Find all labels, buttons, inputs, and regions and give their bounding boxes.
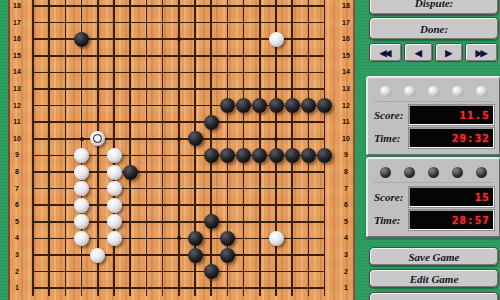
row-label-left: 15 — [10, 52, 24, 60]
black-time-display-frame: 28:57 — [408, 209, 495, 231]
grid-line-horizontal — [32, 287, 325, 289]
grid-line-horizontal — [32, 55, 325, 57]
star-point — [177, 37, 181, 41]
stone-black-c19-r12 — [317, 98, 332, 113]
row-label-left: 7 — [10, 185, 24, 193]
grid-line-horizontal — [32, 271, 325, 273]
stone-black-c7-r8 — [123, 165, 138, 180]
row-label-right: 10 — [339, 135, 353, 143]
white-time-value: 29:32 — [410, 129, 493, 147]
fast-forward-button[interactable]: ▶▶ — [465, 43, 498, 62]
white-tray-stone — [428, 86, 439, 97]
row-label-right: 17 — [339, 19, 353, 27]
stone-black-c14-r12 — [236, 98, 251, 113]
stone-white-c6-r6 — [107, 198, 122, 213]
stone-white-c16-r16 — [269, 32, 284, 47]
stone-black-c12-r9 — [204, 148, 219, 163]
row-label-right: 11 — [339, 118, 353, 126]
star-point — [177, 236, 181, 240]
grid-line-vertical — [48, 0, 50, 296]
white-score-label: Score: — [372, 109, 408, 121]
last-move-marker — [93, 134, 102, 143]
stone-black-c12-r11 — [204, 115, 219, 130]
dispute-button-label: Dispute: — [415, 0, 454, 9]
row-label-right: 14 — [339, 68, 353, 76]
black-score-label: Score: — [372, 191, 408, 203]
black-stone-tray — [374, 162, 493, 183]
black-score-row: Score: 15 — [372, 187, 495, 207]
row-label-right: 4 — [339, 234, 353, 242]
stone-black-c17-r12 — [285, 98, 300, 113]
row-label-left: 3 — [10, 251, 24, 259]
row-label-left: 6 — [10, 201, 24, 209]
stone-black-c12-r2 — [204, 264, 219, 279]
stone-white-c5-r10 — [90, 131, 105, 146]
edit-game-label: Edit Game — [410, 273, 459, 285]
stone-white-c5-r3 — [90, 248, 105, 263]
row-label-left: 12 — [10, 102, 24, 110]
row-label-left: 11 — [10, 118, 24, 126]
step-back-button[interactable]: ◀ — [404, 43, 432, 62]
white-time-display-frame: 29:32 — [408, 127, 495, 149]
black-score-value: 15 — [410, 188, 493, 206]
stone-black-c13-r3 — [220, 248, 235, 263]
rewind-button[interactable]: ◀◀ — [369, 43, 402, 62]
stone-black-c15-r9 — [252, 148, 267, 163]
stone-black-c13-r4 — [220, 231, 235, 246]
row-label-left: 10 — [10, 135, 24, 143]
row-label-right: 7 — [339, 185, 353, 193]
row-label-left: 1 — [10, 284, 24, 292]
star-point — [80, 137, 84, 141]
white-stone-tray — [374, 81, 493, 102]
black-score-display-frame: 15 — [408, 186, 495, 208]
white-player-panel: Score: 11.5 Time: 29:32 — [366, 76, 500, 156]
step-forward-icon: ▶ — [445, 48, 450, 58]
go-board[interactable]: 1818171716161515141413131212111110109988… — [8, 0, 355, 300]
stone-black-c13-r12 — [220, 98, 235, 113]
grid-line-vertical — [129, 0, 131, 296]
row-label-left: 2 — [10, 268, 24, 276]
stone-white-c6-r7 — [107, 181, 122, 196]
row-label-left: 13 — [10, 85, 24, 93]
stone-white-c6-r5 — [107, 214, 122, 229]
black-tray-stone — [476, 167, 487, 178]
fast-forward-icon: ▶▶ — [476, 48, 486, 58]
black-tray-stone — [452, 167, 463, 178]
white-tray-stone — [380, 86, 391, 97]
done-button-label: Done: — [420, 23, 448, 35]
row-label-right: 18 — [339, 2, 353, 10]
row-label-right: 1 — [339, 284, 353, 292]
row-label-left: 9 — [10, 151, 24, 159]
row-label-right: 15 — [339, 52, 353, 60]
stone-white-c4-r4 — [74, 231, 89, 246]
stone-white-c4-r9 — [74, 148, 89, 163]
star-point — [177, 137, 181, 141]
grid-line-vertical — [32, 0, 34, 296]
dispute-button[interactable]: Dispute: — [369, 0, 499, 15]
stone-black-c11-r4 — [188, 231, 203, 246]
stone-black-c16-r9 — [269, 148, 284, 163]
row-label-right: 5 — [339, 218, 353, 226]
stone-white-c6-r4 — [107, 231, 122, 246]
stone-black-c4-r16 — [74, 32, 89, 47]
save-game-button[interactable]: Save Game — [369, 247, 499, 266]
row-label-right: 9 — [339, 151, 353, 159]
save-game-label: Save Game — [408, 251, 459, 263]
white-tray-stone — [452, 86, 463, 97]
black-player-panel: Score: 15 Time: 28:57 — [366, 157, 500, 238]
grid-line-horizontal — [32, 5, 325, 7]
stone-black-c11-r10 — [188, 131, 203, 146]
row-label-left: 18 — [10, 2, 24, 10]
step-back-icon: ◀ — [415, 48, 420, 58]
edit-game-button[interactable]: Edit Game — [369, 269, 499, 288]
white-score-row: Score: 11.5 — [372, 105, 495, 125]
row-label-right: 16 — [339, 35, 353, 43]
row-label-left: 14 — [10, 68, 24, 76]
grid-line-horizontal — [32, 254, 325, 256]
stone-black-c11-r3 — [188, 248, 203, 263]
stone-black-c12-r5 — [204, 214, 219, 229]
stone-white-c4-r6 — [74, 198, 89, 213]
row-label-right: 6 — [339, 201, 353, 209]
row-label-right: 3 — [339, 251, 353, 259]
star-point — [274, 137, 278, 141]
grid-line-vertical — [178, 0, 180, 296]
grid-line-horizontal — [32, 121, 325, 123]
grid-line-vertical — [146, 0, 148, 296]
black-tray-stone — [380, 167, 391, 178]
black-time-label: Time: — [372, 214, 408, 226]
stone-white-c4-r5 — [74, 214, 89, 229]
stone-white-c6-r9 — [107, 148, 122, 163]
play-button[interactable]: Play — [369, 292, 499, 300]
stone-white-c6-r8 — [107, 165, 122, 180]
stone-white-c4-r8 — [74, 165, 89, 180]
black-time-row: Time: 28:57 — [372, 210, 495, 230]
stone-black-c17-r9 — [285, 148, 300, 163]
row-label-left: 5 — [10, 218, 24, 226]
done-button[interactable]: Done: — [369, 17, 499, 40]
stone-black-c15-r12 — [252, 98, 267, 113]
black-tray-stone — [428, 167, 439, 178]
rewind-icon: ◀◀ — [380, 48, 390, 58]
grid-line-horizontal — [32, 22, 325, 24]
stone-black-c13-r9 — [220, 148, 235, 163]
row-label-left: 17 — [10, 19, 24, 27]
black-tray-stone — [404, 167, 415, 178]
row-label-right: 2 — [339, 268, 353, 276]
row-label-right: 12 — [339, 102, 353, 110]
grid-line-vertical — [65, 0, 67, 296]
grid-line-horizontal — [32, 88, 325, 90]
stone-white-c16-r4 — [269, 231, 284, 246]
go-app-window: 1818171716161515141413131212111110109988… — [0, 0, 500, 300]
white-score-display-frame: 11.5 — [408, 104, 495, 126]
replay-nav: ◀◀ ◀ ▶ ▶▶ — [369, 43, 498, 62]
row-label-left: 8 — [10, 168, 24, 176]
white-time-label: Time: — [372, 132, 408, 144]
step-forward-button[interactable]: ▶ — [435, 43, 463, 62]
white-score-value: 11.5 — [410, 106, 493, 124]
stone-black-c19-r9 — [317, 148, 332, 163]
stone-black-c18-r9 — [301, 148, 316, 163]
row-label-right: 13 — [339, 85, 353, 93]
stone-white-c4-r7 — [74, 181, 89, 196]
white-tray-stone — [476, 86, 487, 97]
stone-black-c14-r9 — [236, 148, 251, 163]
white-tray-stone — [404, 86, 415, 97]
row-label-right: 8 — [339, 168, 353, 176]
white-time-row: Time: 29:32 — [372, 128, 495, 148]
stone-black-c16-r12 — [269, 98, 284, 113]
grid-line-horizontal — [32, 72, 325, 74]
row-label-left: 4 — [10, 234, 24, 242]
board-right-edge — [353, 0, 355, 300]
black-time-value: 28:57 — [410, 211, 493, 229]
stone-black-c18-r12 — [301, 98, 316, 113]
grid-line-vertical — [162, 0, 164, 296]
row-label-left: 16 — [10, 35, 24, 43]
